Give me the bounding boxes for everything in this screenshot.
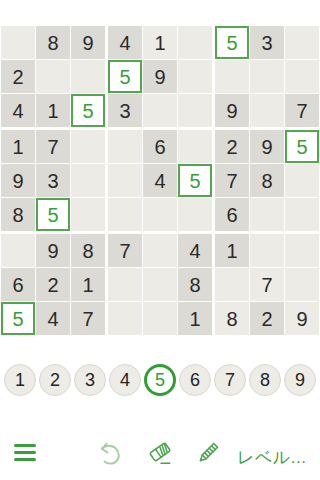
- cell-r2c3[interactable]: [71, 60, 105, 93]
- hamburger-icon: [14, 444, 36, 447]
- cell-r5c8[interactable]: 8: [250, 164, 284, 197]
- cell-r2c4[interactable]: 5: [108, 60, 142, 93]
- cell-r2c7[interactable]: [215, 60, 249, 93]
- numpad-button-4[interactable]: 4: [109, 364, 141, 396]
- cell-r6c3[interactable]: [71, 198, 105, 231]
- cell-r7c1[interactable]: [1, 234, 35, 267]
- cell-r1c8[interactable]: 3: [250, 26, 284, 59]
- menu-button[interactable]: [14, 444, 36, 461]
- numpad-button-7[interactable]: 7: [214, 364, 246, 396]
- numpad-button-8[interactable]: 8: [249, 364, 281, 396]
- cell-r8c5[interactable]: [143, 268, 177, 301]
- cell-r1c4[interactable]: 4: [108, 26, 142, 59]
- box-1-2: 41593: [108, 26, 212, 127]
- cell-r7c5[interactable]: [143, 234, 177, 267]
- cell-r4c3[interactable]: [71, 130, 105, 163]
- cell-r4c1[interactable]: 1: [1, 130, 35, 163]
- cell-r7c4[interactable]: 7: [108, 234, 142, 267]
- cell-r9c3[interactable]: 7: [71, 302, 105, 335]
- cell-r8c4[interactable]: [108, 268, 142, 301]
- cell-r5c4[interactable]: [108, 164, 142, 197]
- cell-r9c9[interactable]: 9: [285, 302, 319, 335]
- number-pad: 123456789: [0, 364, 320, 396]
- box-1-3: 5397: [215, 26, 319, 127]
- eraser-icon: [147, 440, 173, 466]
- numpad-button-6[interactable]: 6: [179, 364, 211, 396]
- numpad-button-2[interactable]: 2: [39, 364, 71, 396]
- box-3-1: 98621547: [1, 234, 105, 335]
- cell-r5c5[interactable]: 4: [143, 164, 177, 197]
- cell-r4c9[interactable]: 5: [285, 130, 319, 163]
- cell-r5c9[interactable]: [285, 164, 319, 197]
- cell-r1c2[interactable]: 8: [36, 26, 70, 59]
- cell-r5c6[interactable]: 5: [178, 164, 212, 197]
- cell-r3c6[interactable]: [178, 94, 212, 127]
- box-3-2: 7481: [108, 234, 212, 335]
- cell-r2c5[interactable]: 9: [143, 60, 177, 93]
- cell-r3c4[interactable]: 3: [108, 94, 142, 127]
- box-1-1: 892415: [1, 26, 105, 127]
- cell-r1c3[interactable]: 9: [71, 26, 105, 59]
- cell-r2c9[interactable]: [285, 60, 319, 93]
- box-2-3: 295786: [215, 130, 319, 231]
- cell-r6c2[interactable]: 5: [36, 198, 70, 231]
- eraser-button[interactable]: [147, 440, 173, 466]
- cell-r9c5[interactable]: [143, 302, 177, 335]
- cell-r3c9[interactable]: 7: [285, 94, 319, 127]
- pencil-button[interactable]: [195, 440, 221, 466]
- cell-r9c6[interactable]: 1: [178, 302, 212, 335]
- cell-r5c2[interactable]: 3: [36, 164, 70, 197]
- cell-r1c5[interactable]: 1: [143, 26, 177, 59]
- cell-r5c3[interactable]: [71, 164, 105, 197]
- cell-r8c8[interactable]: 7: [250, 268, 284, 301]
- cell-r6c4[interactable]: [108, 198, 142, 231]
- cell-r8c7[interactable]: [215, 268, 249, 301]
- undo-arrow-icon: [97, 440, 123, 466]
- cell-r6c5[interactable]: [143, 198, 177, 231]
- cell-r7c3[interactable]: 8: [71, 234, 105, 267]
- cell-r3c2[interactable]: 1: [36, 94, 70, 127]
- cell-r2c1[interactable]: 2: [1, 60, 35, 93]
- numpad-button-5[interactable]: 5: [144, 364, 176, 396]
- cell-r4c2[interactable]: 7: [36, 130, 70, 163]
- cell-r6c6[interactable]: [178, 198, 212, 231]
- cell-r2c6[interactable]: [178, 60, 212, 93]
- cell-r7c6[interactable]: 4: [178, 234, 212, 267]
- cell-r8c1[interactable]: 6: [1, 268, 35, 301]
- cell-r6c9[interactable]: [285, 198, 319, 231]
- cell-r3c5[interactable]: [143, 94, 177, 127]
- undo-button[interactable]: [97, 440, 123, 466]
- cell-r4c4[interactable]: [108, 130, 142, 163]
- numpad-button-9[interactable]: 9: [284, 364, 316, 396]
- cell-r9c7[interactable]: 8: [215, 302, 249, 335]
- box-2-2: 645: [108, 130, 212, 231]
- cell-r1c9[interactable]: [285, 26, 319, 59]
- cell-r6c7[interactable]: 6: [215, 198, 249, 231]
- cell-r1c1[interactable]: [1, 26, 35, 59]
- cell-r7c8[interactable]: [250, 234, 284, 267]
- cell-r9c4[interactable]: [108, 302, 142, 335]
- cell-r4c6[interactable]: [178, 130, 212, 163]
- cell-r4c7[interactable]: 2: [215, 130, 249, 163]
- cell-r1c6[interactable]: [178, 26, 212, 59]
- cell-r7c7[interactable]: 1: [215, 234, 249, 267]
- cell-r8c9[interactable]: [285, 268, 319, 301]
- numpad-button-1[interactable]: 1: [4, 364, 36, 396]
- cell-r2c8[interactable]: [250, 60, 284, 93]
- hamburger-icon: [14, 451, 36, 454]
- pencil-icon: [195, 440, 221, 466]
- cell-r6c1[interactable]: 8: [1, 198, 35, 231]
- cell-r3c1[interactable]: 4: [1, 94, 35, 127]
- box-2-1: 179385: [1, 130, 105, 231]
- cell-r5c1[interactable]: 9: [1, 164, 35, 197]
- cell-r9c8[interactable]: 2: [250, 302, 284, 335]
- toolbar: レベル...: [0, 438, 320, 472]
- numpad-button-3[interactable]: 3: [74, 364, 106, 396]
- cell-r4c5[interactable]: 6: [143, 130, 177, 163]
- cell-r7c9[interactable]: [285, 234, 319, 267]
- cell-r9c1[interactable]: 5: [1, 302, 35, 335]
- hamburger-icon: [14, 458, 36, 461]
- cell-r7c2[interactable]: 9: [36, 234, 70, 267]
- cell-r8c6[interactable]: 8: [178, 268, 212, 301]
- level-button[interactable]: レベル...: [237, 446, 306, 469]
- cell-r6c8[interactable]: [250, 198, 284, 231]
- cell-r8c3[interactable]: 1: [71, 268, 105, 301]
- cell-r2c2[interactable]: [36, 60, 70, 93]
- cell-r3c3[interactable]: 5: [71, 94, 105, 127]
- cell-r4c8[interactable]: 9: [250, 130, 284, 163]
- cell-r8c2[interactable]: 2: [36, 268, 70, 301]
- cell-r3c7[interactable]: 9: [215, 94, 249, 127]
- cell-r1c7[interactable]: 5: [215, 26, 249, 59]
- box-3-3: 17829: [215, 234, 319, 335]
- cell-r5c7[interactable]: 7: [215, 164, 249, 197]
- sudoku-board: 8924154159353971793856452957869862154774…: [1, 26, 319, 335]
- cell-r3c8[interactable]: [250, 94, 284, 127]
- cell-r9c2[interactable]: 4: [36, 302, 70, 335]
